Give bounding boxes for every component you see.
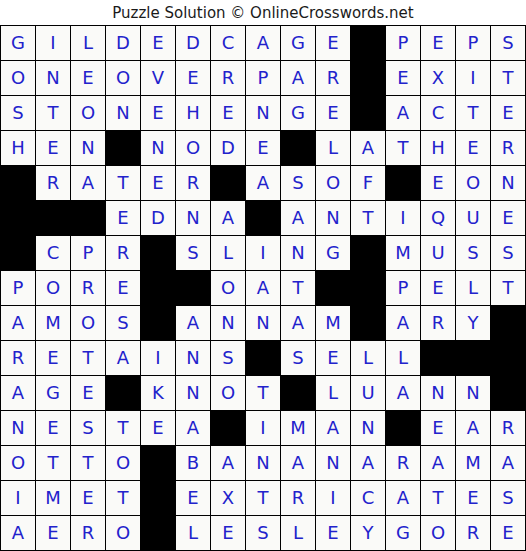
letter-cell: Q xyxy=(421,201,456,236)
letter-cell: G xyxy=(386,516,421,551)
letter-cell: L xyxy=(316,376,351,411)
letter-cell: A xyxy=(246,166,281,201)
black-cell xyxy=(281,376,316,411)
black-cell xyxy=(491,341,526,376)
letter-cell: O xyxy=(456,166,491,201)
black-cell xyxy=(421,341,456,376)
letter-cell: M xyxy=(316,306,351,341)
letter-cell: E xyxy=(491,96,526,131)
letter-cell: T xyxy=(421,481,456,516)
letter-cell: E xyxy=(246,131,281,166)
letter-cell: O xyxy=(106,61,141,96)
letter-cell: T xyxy=(281,271,316,306)
letter-cell: G xyxy=(36,376,71,411)
letter-cell: O xyxy=(71,96,106,131)
letter-cell: A xyxy=(491,446,526,481)
letter-cell: N xyxy=(1,411,36,446)
letter-cell: A xyxy=(1,376,36,411)
letter-cell: T xyxy=(36,96,71,131)
letter-cell: A xyxy=(351,131,386,166)
letter-cell: H xyxy=(176,96,211,131)
letter-cell: E xyxy=(491,516,526,551)
black-cell xyxy=(281,131,316,166)
letter-cell: S xyxy=(106,306,141,341)
black-cell xyxy=(106,376,141,411)
letter-cell: E xyxy=(71,61,106,96)
letter-cell: E xyxy=(456,481,491,516)
letter-cell: N xyxy=(281,236,316,271)
letter-cell: N xyxy=(246,96,281,131)
letter-cell: N xyxy=(176,341,211,376)
letter-cell: E xyxy=(386,61,421,96)
letter-cell: N xyxy=(316,201,351,236)
letter-cell: M xyxy=(36,481,71,516)
black-cell xyxy=(246,201,281,236)
black-cell xyxy=(351,306,386,341)
letter-cell: E xyxy=(36,411,71,446)
letter-cell: R xyxy=(491,131,526,166)
letter-cell: A xyxy=(1,516,36,551)
letter-cell: A xyxy=(456,411,491,446)
letter-cell: N xyxy=(176,376,211,411)
letter-cell: I xyxy=(316,481,351,516)
letter-cell: T xyxy=(491,61,526,96)
letter-cell: E xyxy=(141,26,176,61)
letter-cell: S xyxy=(246,516,281,551)
black-cell xyxy=(176,271,211,306)
letter-cell: E xyxy=(141,96,176,131)
letter-cell: U xyxy=(456,201,491,236)
letter-cell: G xyxy=(1,26,36,61)
letter-cell: C xyxy=(351,481,386,516)
letter-cell: H xyxy=(421,131,456,166)
letter-cell: O xyxy=(1,446,36,481)
black-cell xyxy=(351,271,386,306)
letter-cell: L xyxy=(71,26,106,61)
letter-cell: G xyxy=(316,236,351,271)
letter-cell: P xyxy=(386,26,421,61)
letter-cell: C xyxy=(421,96,456,131)
letter-cell: A xyxy=(386,96,421,131)
letter-cell: R xyxy=(36,166,71,201)
letter-cell: S xyxy=(491,26,526,61)
letter-cell: P xyxy=(456,26,491,61)
letter-cell: S xyxy=(1,96,36,131)
letter-cell: C xyxy=(211,26,246,61)
letter-cell: H xyxy=(1,131,36,166)
letter-cell: L xyxy=(386,341,421,376)
letter-cell: R xyxy=(211,61,246,96)
letter-cell: N xyxy=(211,306,246,341)
black-cell xyxy=(1,236,36,271)
letter-cell: A xyxy=(176,306,211,341)
letter-cell: A xyxy=(316,411,351,446)
letter-cell: R xyxy=(71,516,106,551)
letter-cell: N xyxy=(106,96,141,131)
black-cell xyxy=(106,131,141,166)
letter-cell: E xyxy=(36,341,71,376)
letter-cell: E xyxy=(71,481,106,516)
letter-cell: N xyxy=(176,201,211,236)
letter-cell: O xyxy=(71,306,106,341)
letter-cell: E xyxy=(491,201,526,236)
black-cell xyxy=(386,411,421,446)
letter-cell: E xyxy=(421,26,456,61)
black-cell xyxy=(141,306,176,341)
letter-cell: R xyxy=(386,446,421,481)
letter-cell: I xyxy=(246,411,281,446)
letter-cell: E xyxy=(211,516,246,551)
letter-cell: A xyxy=(386,306,421,341)
black-cell xyxy=(211,166,246,201)
black-cell xyxy=(141,236,176,271)
letter-cell: I xyxy=(1,481,36,516)
black-cell xyxy=(491,376,526,411)
letter-cell: L xyxy=(316,131,351,166)
letter-cell: E xyxy=(141,166,176,201)
letter-cell: X xyxy=(211,481,246,516)
letter-cell: N xyxy=(421,376,456,411)
letter-cell: E xyxy=(141,411,176,446)
letter-cell: S xyxy=(281,166,316,201)
puzzle-solution-page: Puzzle Solution © OnlineCrosswords.net G… xyxy=(0,0,526,551)
black-cell xyxy=(141,446,176,481)
letter-cell: R xyxy=(491,411,526,446)
letter-cell: L xyxy=(456,271,491,306)
letter-cell: N xyxy=(36,61,71,96)
letter-cell: D xyxy=(106,26,141,61)
letter-cell: L xyxy=(211,236,246,271)
letter-cell: Y xyxy=(456,306,491,341)
letter-cell: L xyxy=(281,516,316,551)
black-cell xyxy=(351,61,386,96)
letter-cell: T xyxy=(491,271,526,306)
letter-cell: S xyxy=(491,236,526,271)
letter-cell: S xyxy=(491,481,526,516)
letter-cell: E xyxy=(316,96,351,131)
letter-cell: A xyxy=(106,341,141,376)
letter-cell: P xyxy=(1,271,36,306)
letter-cell: T xyxy=(106,166,141,201)
black-cell xyxy=(1,166,36,201)
letter-cell: N xyxy=(491,166,526,201)
letter-cell: E xyxy=(36,516,71,551)
letter-cell: I xyxy=(246,236,281,271)
black-cell xyxy=(351,26,386,61)
letter-cell: P xyxy=(386,271,421,306)
letter-cell: E xyxy=(421,271,456,306)
letter-cell: A xyxy=(281,201,316,236)
letter-cell: N xyxy=(141,131,176,166)
letter-cell: E xyxy=(36,131,71,166)
letter-cell: R xyxy=(106,236,141,271)
letter-cell: S xyxy=(176,236,211,271)
letter-cell: O xyxy=(1,61,36,96)
letter-cell: A xyxy=(351,446,386,481)
letter-cell: M xyxy=(281,411,316,446)
letter-cell: O xyxy=(36,271,71,306)
letter-cell: O xyxy=(176,131,211,166)
letter-cell: E xyxy=(316,516,351,551)
letter-cell: S xyxy=(456,236,491,271)
black-cell xyxy=(456,341,491,376)
letter-cell: O xyxy=(106,446,141,481)
black-cell xyxy=(141,271,176,306)
letter-cell: Y xyxy=(351,516,386,551)
letter-cell: E xyxy=(106,271,141,306)
letter-cell: I xyxy=(141,341,176,376)
letter-cell: A xyxy=(281,61,316,96)
letter-cell: T xyxy=(71,341,106,376)
letter-cell: E xyxy=(71,376,106,411)
letter-cell: K xyxy=(141,376,176,411)
black-cell xyxy=(211,411,246,446)
letter-cell: A xyxy=(386,376,421,411)
letter-cell: O xyxy=(211,376,246,411)
letter-cell: O xyxy=(316,166,351,201)
letter-cell: D xyxy=(176,26,211,61)
letter-cell: A xyxy=(211,201,246,236)
letter-cell: N xyxy=(246,306,281,341)
letter-cell: R xyxy=(316,61,351,96)
letter-cell: V xyxy=(141,61,176,96)
letter-cell: M xyxy=(456,446,491,481)
black-cell xyxy=(36,201,71,236)
letter-cell: M xyxy=(386,236,421,271)
letter-cell: R xyxy=(421,306,456,341)
black-cell xyxy=(71,201,106,236)
letter-cell: S xyxy=(71,411,106,446)
letter-cell: A xyxy=(281,446,316,481)
letter-cell: E xyxy=(211,96,246,131)
black-cell xyxy=(491,306,526,341)
letter-cell: T xyxy=(71,446,106,481)
letter-cell: G xyxy=(281,96,316,131)
letter-cell: A xyxy=(1,306,36,341)
letter-cell: A xyxy=(176,411,211,446)
letter-cell: R xyxy=(281,481,316,516)
black-cell xyxy=(141,481,176,516)
letter-cell: E xyxy=(456,131,491,166)
letter-cell: G xyxy=(281,26,316,61)
letter-cell: O xyxy=(211,271,246,306)
letter-cell: I xyxy=(386,201,421,236)
letter-cell: E xyxy=(316,341,351,376)
letter-cell: B xyxy=(176,446,211,481)
letter-cell: I xyxy=(36,26,71,61)
black-cell xyxy=(141,516,176,551)
letter-cell: N xyxy=(456,376,491,411)
letter-cell: T xyxy=(106,481,141,516)
letter-cell: M xyxy=(36,306,71,341)
letter-cell: E xyxy=(421,166,456,201)
letter-cell: T xyxy=(106,411,141,446)
letter-cell: A xyxy=(211,446,246,481)
crossword-grid: GILDEDCAGEPEPSONEOVERPAREXITSTONEHENGEAC… xyxy=(0,25,526,551)
letter-cell: E xyxy=(176,61,211,96)
letter-cell: E xyxy=(421,411,456,446)
letter-cell: U xyxy=(351,376,386,411)
letter-cell: N xyxy=(71,131,106,166)
black-cell xyxy=(351,96,386,131)
letter-cell: R xyxy=(1,341,36,376)
letter-cell: S xyxy=(281,341,316,376)
letter-cell: D xyxy=(141,201,176,236)
letter-cell: E xyxy=(316,26,351,61)
letter-cell: R xyxy=(71,271,106,306)
black-cell xyxy=(386,166,421,201)
letter-cell: T xyxy=(246,481,281,516)
letter-cell: N xyxy=(246,446,281,481)
letter-cell: A xyxy=(246,26,281,61)
letter-cell: R xyxy=(176,166,211,201)
letter-cell: N xyxy=(316,446,351,481)
letter-cell: R xyxy=(456,516,491,551)
letter-cell: T xyxy=(456,96,491,131)
letter-cell: E xyxy=(176,481,211,516)
letter-cell: C xyxy=(36,236,71,271)
black-cell xyxy=(316,271,351,306)
letter-cell: U xyxy=(421,236,456,271)
letter-cell: T xyxy=(386,131,421,166)
letter-cell: P xyxy=(246,61,281,96)
letter-cell: O xyxy=(106,516,141,551)
letter-cell: X xyxy=(421,61,456,96)
letter-cell: T xyxy=(36,446,71,481)
letter-cell: E xyxy=(106,201,141,236)
black-cell xyxy=(246,341,281,376)
letter-cell: A xyxy=(421,446,456,481)
letter-cell: F xyxy=(351,166,386,201)
letter-cell: A xyxy=(386,481,421,516)
letter-cell: T xyxy=(246,376,281,411)
letter-cell: P xyxy=(71,236,106,271)
page-title: Puzzle Solution © OnlineCrosswords.net xyxy=(0,0,526,25)
letter-cell: O xyxy=(421,516,456,551)
black-cell xyxy=(351,236,386,271)
black-cell xyxy=(1,201,36,236)
letter-cell: L xyxy=(351,341,386,376)
letter-cell: N xyxy=(351,411,386,446)
letter-cell: L xyxy=(176,516,211,551)
letter-cell: S xyxy=(211,341,246,376)
letter-cell: A xyxy=(246,271,281,306)
letter-cell: A xyxy=(281,306,316,341)
letter-cell: A xyxy=(71,166,106,201)
letter-cell: I xyxy=(456,61,491,96)
letter-cell: T xyxy=(351,201,386,236)
letter-cell: D xyxy=(211,131,246,166)
